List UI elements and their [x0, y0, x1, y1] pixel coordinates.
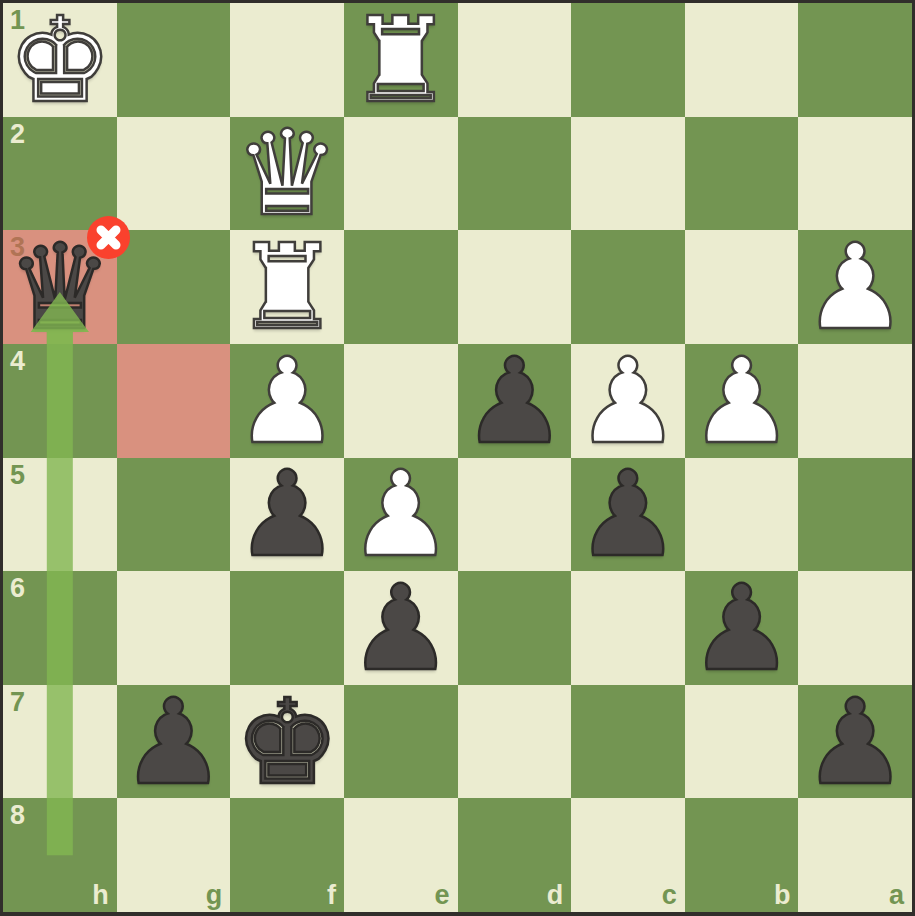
white-rook-e1[interactable]: ♜	[344, 3, 458, 117]
white-queen-f2[interactable]: ♛	[230, 117, 344, 231]
white-pawn-f4[interactable]: ♟	[230, 344, 344, 458]
black-pawn-d4[interactable]: ♟	[458, 344, 572, 458]
black-pawn-e6[interactable]: ♟	[344, 571, 458, 685]
white-pawn-a3[interactable]: ♟	[798, 230, 912, 344]
white-rook-f3[interactable]: ♜	[230, 230, 344, 344]
black-pawn-b6[interactable]: ♟	[685, 571, 799, 685]
white-pawn-b4[interactable]: ♟	[685, 344, 799, 458]
board-frame: 12345678hgfedcba ♚♜♛♛♜♟♟♟♟♟♟♟♟♟♟♟♚♟	[0, 0, 915, 916]
white-pawn-c4[interactable]: ♟	[571, 344, 685, 458]
pieces-layer: ♚♜♛♛♜♟♟♟♟♟♟♟♟♟♟♟♚♟	[3, 3, 912, 912]
black-pawn-f5[interactable]: ♟	[230, 458, 344, 572]
blunder-badge-icon	[87, 216, 130, 259]
black-pawn-g7[interactable]: ♟	[117, 685, 231, 799]
white-king-h1[interactable]: ♚	[3, 3, 117, 117]
white-pawn-e5[interactable]: ♟	[344, 458, 458, 572]
black-king-f7[interactable]: ♚	[230, 685, 344, 799]
black-pawn-a7[interactable]: ♟	[798, 685, 912, 799]
black-pawn-c5[interactable]: ♟	[571, 458, 685, 572]
